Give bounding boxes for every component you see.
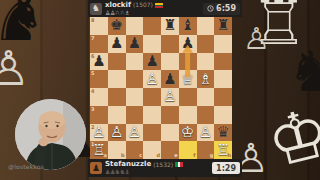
piece-white-rook[interactable]: ♖	[214, 141, 232, 159]
square-h6[interactable]	[214, 53, 232, 71]
square-e6[interactable]	[161, 53, 179, 71]
square-c7[interactable]: ♟	[126, 35, 144, 53]
square-b3[interactable]	[108, 106, 126, 124]
square-c2[interactable]: ♙	[126, 124, 144, 142]
piece-black-pawn[interactable]: ♟	[161, 70, 179, 88]
square-f8[interactable]: ♝	[179, 17, 197, 35]
square-a3[interactable]: 3	[90, 106, 108, 124]
bottom-clock-time: 1:29	[216, 164, 236, 173]
piece-white-king[interactable]: ♔	[179, 124, 197, 142]
piece-black-rook[interactable]: ♜	[214, 17, 232, 35]
square-b1[interactable]: b	[108, 141, 126, 159]
square-h8[interactable]: ♜	[214, 17, 232, 35]
square-g3[interactable]	[197, 106, 215, 124]
square-h4[interactable]	[214, 88, 232, 106]
square-f5[interactable]: ♕	[179, 70, 197, 88]
square-d3[interactable]	[143, 106, 161, 124]
square-g8[interactable]	[197, 17, 215, 35]
file-label-f: f	[193, 153, 195, 158]
top-player-captured-pieces: ♙♙♘♘♗	[105, 10, 163, 16]
piece-black-king[interactable]: ♚	[108, 17, 126, 35]
bottom-player-clock: 1:29	[212, 162, 240, 174]
square-f2[interactable]: ♔	[179, 124, 197, 142]
square-a5[interactable]: 5	[90, 70, 108, 88]
square-g6[interactable]	[197, 53, 215, 71]
square-e8[interactable]: ♜	[161, 17, 179, 35]
square-e7[interactable]	[161, 35, 179, 53]
square-a1[interactable]: 1a♖	[90, 141, 108, 159]
piece-black-queen[interactable]: ♛	[214, 124, 232, 142]
square-b7[interactable]: ♟	[108, 35, 126, 53]
square-b2[interactable]: ♙	[108, 124, 126, 142]
square-e3[interactable]	[161, 106, 179, 124]
square-a4[interactable]: 4	[90, 88, 108, 106]
square-e5[interactable]: ♟	[161, 70, 179, 88]
bg-white-pawn-icon: ♙	[0, 44, 30, 92]
square-e1[interactable]: e	[161, 141, 179, 159]
square-d7[interactable]	[143, 35, 161, 53]
top-player-name[interactable]: xlockif	[105, 2, 131, 9]
game-panel: ♞ xlockif (1507) ♙♙♘♘♗ 6:59 8♚♜♝♜7♟♟♟6♟♟…	[88, 0, 242, 180]
piece-white-bishop[interactable]: ♗	[197, 70, 215, 88]
top-player-bar: ♞ xlockif (1507) ♙♙♘♘♗ 6:59	[88, 0, 242, 17]
square-g1[interactable]: g	[197, 141, 215, 159]
piece-white-queen[interactable]: ♕	[179, 70, 197, 88]
file-label-d: d	[156, 153, 160, 158]
square-f7[interactable]: ♟	[179, 35, 197, 53]
square-b4[interactable]	[108, 88, 126, 106]
square-g5[interactable]: ♗	[197, 70, 215, 88]
square-h2[interactable]: ♛	[214, 124, 232, 142]
bottom-player-captured-pieces: ♟♟♞♞♝	[105, 169, 183, 175]
file-label-b: b	[121, 153, 125, 158]
square-d4[interactable]	[143, 88, 161, 106]
square-c6[interactable]	[126, 53, 144, 71]
rank-label-3: 3	[91, 107, 94, 112]
bottom-player-avatar[interactable]: ♟	[90, 162, 102, 174]
file-label-g: g	[210, 153, 214, 158]
piece-black-bishop[interactable]: ♝	[179, 17, 197, 35]
top-player-avatar[interactable]: ♞	[90, 3, 102, 15]
square-h5[interactable]	[214, 70, 232, 88]
square-f1[interactable]: f	[179, 141, 197, 159]
square-a8[interactable]: 8	[90, 17, 108, 35]
piece-white-pawn[interactable]: ♙	[161, 88, 179, 106]
rank-label-4: 4	[91, 89, 94, 94]
top-player-rating: (1507)	[133, 2, 153, 8]
square-h7[interactable]	[214, 35, 232, 53]
streamer-hand	[39, 138, 49, 146]
streamer-webcam	[15, 99, 86, 170]
square-c8[interactable]	[126, 17, 144, 35]
square-b5[interactable]	[108, 70, 126, 88]
square-a6[interactable]: 6♟	[90, 53, 108, 71]
lithuania-flag-icon	[155, 3, 163, 8]
square-c3[interactable]	[126, 106, 144, 124]
bg-white-pawn-icon: ♙	[243, 24, 270, 54]
square-e4[interactable]: ♙	[161, 88, 179, 106]
square-b6[interactable]	[108, 53, 126, 71]
rank-label-5: 5	[91, 71, 94, 76]
file-label-e: e	[174, 153, 177, 158]
piece-white-pawn[interactable]: ♙	[126, 124, 144, 142]
piece-white-pawn[interactable]: ♙	[143, 70, 161, 88]
piece-white-pawn[interactable]: ♙	[197, 124, 215, 142]
square-h3[interactable]	[214, 106, 232, 124]
square-f4[interactable]	[179, 88, 197, 106]
square-d6[interactable]: ♟	[143, 53, 161, 71]
square-d5[interactable]: ♙	[143, 70, 161, 88]
clock-icon	[207, 5, 214, 12]
square-g7[interactable]	[197, 35, 215, 53]
rank-label-7: 7	[91, 36, 94, 41]
square-a2[interactable]: 2♙	[90, 124, 108, 142]
piece-black-pawn[interactable]: ♟	[126, 35, 144, 53]
piece-white-pawn[interactable]: ♙	[108, 124, 126, 142]
top-player-clock: 6:59	[203, 3, 240, 15]
piece-black-pawn[interactable]: ♟	[143, 53, 161, 71]
piece-white-rook[interactable]: ♖	[90, 141, 108, 159]
square-g4[interactable]	[197, 88, 215, 106]
square-e2[interactable]	[161, 124, 179, 142]
square-d1[interactable]: d	[143, 141, 161, 159]
bottom-player-rating: (1532)	[153, 162, 173, 168]
piece-white-pawn[interactable]: ♙	[90, 124, 108, 142]
piece-black-rook[interactable]: ♜	[161, 17, 179, 35]
rank-label-8: 8	[91, 18, 94, 23]
italy-flag-icon	[175, 162, 183, 167]
piece-black-pawn[interactable]: ♟	[108, 35, 126, 53]
square-g2[interactable]: ♙	[197, 124, 215, 142]
stream-frame: ♞ ♙ ♖ ♙ ♞ ♔ ♙ ♟ ♞ xlockif (1507) ♙♙♘♘♗ 6…	[0, 0, 320, 180]
square-d8[interactable]	[143, 17, 161, 35]
chess-board[interactable]: 8♚♜♝♜7♟♟♟6♟♟5♙♟♕♗4♙32♙♙♙♔♙♛1a♖bcdefgh♖	[90, 17, 232, 159]
bottom-player-bar: ♟ Stefanuzzle (1532) ♟♟♞♞♝ 1:29	[88, 159, 242, 177]
square-a7[interactable]: 7	[90, 35, 108, 53]
square-c1[interactable]: c	[126, 141, 144, 159]
square-b8[interactable]: ♚	[108, 17, 126, 35]
square-c4[interactable]	[126, 88, 144, 106]
square-d2[interactable]	[143, 124, 161, 142]
top-clock-time: 6:59	[216, 4, 236, 13]
square-f3[interactable]	[179, 106, 197, 124]
square-f6[interactable]	[179, 53, 197, 71]
bottom-player-name[interactable]: Stefanuzzle	[105, 161, 151, 168]
piece-black-pawn[interactable]: ♟	[179, 35, 197, 53]
square-h1[interactable]: h♖	[214, 141, 232, 159]
channel-watermark: @lostekkos	[8, 163, 44, 170]
square-c5[interactable]	[126, 70, 144, 88]
file-label-c: c	[139, 153, 142, 158]
piece-black-pawn[interactable]: ♟	[90, 53, 108, 71]
